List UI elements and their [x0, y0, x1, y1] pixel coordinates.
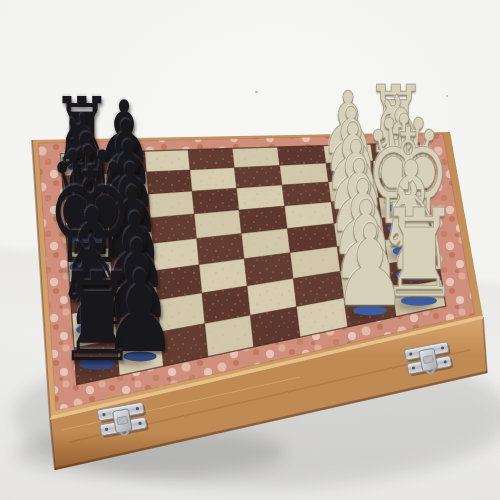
piece-glyph: ♟ [332, 221, 407, 314]
photo-scene: ♜♞♝♛♚♝♞♜♟♟♟♟♟♟♟♟♟♟♟♟♟♟♟♟♜♞♝♛♚♝♞♜ [0, 0, 500, 500]
piece-black-rook-h8: ♜ [42, 267, 152, 367]
pieces-layer: ♜♞♝♛♚♝♞♜♟♟♟♟♟♟♟♟♟♟♟♟♟♟♟♟♜♞♝♛♚♝♞♜ [0, 0, 500, 500]
piece-white-pawn-h2: ♟ [319, 221, 420, 314]
piece-glyph: ♜ [56, 267, 137, 367]
